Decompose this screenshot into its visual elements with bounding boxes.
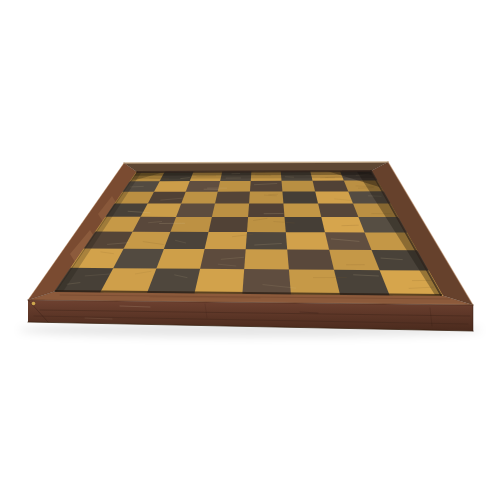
square-d4: [208, 217, 250, 233]
square-f2: [287, 250, 337, 272]
square-c2: [156, 249, 207, 270]
chessboard: [0, 0, 500, 500]
product-photo: [0, 0, 500, 500]
square-c3: [163, 232, 211, 251]
square-c7: [185, 181, 222, 192]
square-c5: [176, 204, 217, 218]
square-c4: [170, 217, 214, 233]
square-d1: [195, 269, 248, 294]
square-c6: [181, 192, 220, 205]
square-b7: [154, 181, 192, 192]
square-f5: [283, 204, 324, 219]
square-d7: [218, 181, 253, 193]
square-f7: [282, 181, 318, 193]
square-f6: [282, 192, 320, 205]
square-f4: [285, 217, 328, 233]
square-e3: [246, 232, 290, 251]
square-f3: [286, 232, 332, 251]
square-d3: [204, 232, 249, 251]
square-e2: [244, 249, 292, 271]
square-d5: [212, 204, 252, 218]
square-c1: [147, 269, 203, 294]
square-e5: [248, 204, 287, 218]
square-d6: [215, 192, 252, 205]
square-e4: [247, 217, 289, 233]
brass-pin: [32, 302, 36, 306]
square-e1: [242, 269, 294, 294]
square-d2: [200, 249, 249, 270]
square-e6: [249, 192, 286, 205]
square-e7: [250, 181, 285, 193]
